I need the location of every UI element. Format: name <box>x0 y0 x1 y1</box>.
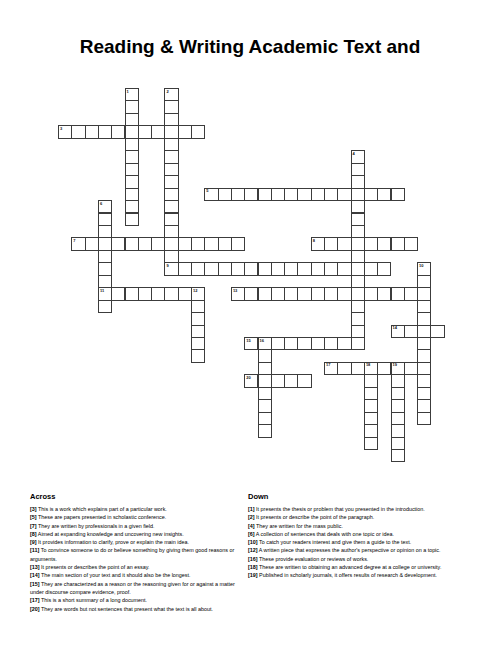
clue-number: [7] <box>30 523 37 529</box>
crossword-cell-r8c22[interactable] <box>351 188 365 201</box>
crossword-cell-r14c23[interactable] <box>364 262 378 275</box>
crossword-cell-r10c8[interactable] <box>164 213 178 226</box>
cell-number: 10 <box>419 264 423 268</box>
down-clues-section: Down [1] It presents the thesis or probl… <box>248 492 474 580</box>
crossword-cell-r14c11[interactable] <box>204 262 218 275</box>
crossword-cell-r16c23[interactable] <box>364 287 378 300</box>
crossword-cell-r17c3[interactable] <box>98 300 112 313</box>
crossword-cell-r14c22[interactable] <box>351 262 365 275</box>
crossword-cell-r8c24[interactable] <box>377 188 391 201</box>
crossword-cell-r12c7[interactable] <box>151 237 165 250</box>
crossword-cell-r5c8[interactable] <box>164 150 178 163</box>
crossword-cell-r12c19[interactable]: 8 <box>311 237 325 250</box>
crossword-cell-r16c4[interactable] <box>111 287 125 300</box>
crossword-cell-r16c26[interactable] <box>404 287 418 300</box>
clue-across-8: [8] Aimed at expanding knowledge and unc… <box>30 530 248 538</box>
crossword-cell-r12c25[interactable] <box>391 237 405 250</box>
crossword-cell-r16c15[interactable] <box>258 287 272 300</box>
crossword-cell-r20c15[interactable]: 16 <box>258 337 272 350</box>
cell-number: 4 <box>353 152 355 156</box>
clue-across-5: [5] These are papers presented in schola… <box>30 513 248 521</box>
crossword-cell-r14c10[interactable] <box>191 262 205 275</box>
crossword-cell-r17c22[interactable] <box>351 300 365 313</box>
crossword-cell-r1c5[interactable] <box>125 100 139 113</box>
crossword-cell-r16c3[interactable]: 11 <box>98 287 112 300</box>
crossword-cell-r14c19[interactable] <box>311 262 325 275</box>
crossword-cell-r3c3[interactable] <box>98 125 112 138</box>
crossword-cell-r16c8[interactable] <box>164 287 178 300</box>
crossword-cell-r12c12[interactable] <box>218 237 232 250</box>
crossword-cell-r25c23[interactable] <box>364 399 378 412</box>
clue-number: [12] <box>248 547 258 553</box>
clue-number: [4] <box>248 523 255 529</box>
crossword-cell-r15c3[interactable] <box>98 275 112 288</box>
crossword-cell-r8c16[interactable] <box>271 188 285 201</box>
crossword-cell-r9c3[interactable]: 6 <box>98 200 112 213</box>
clue-across-3: [3] This is a work which explains part o… <box>30 505 248 513</box>
clue-number: [5] <box>30 514 37 520</box>
crossword-cell-r12c3[interactable] <box>98 237 112 250</box>
crossword-cell-r11c22[interactable] <box>351 225 365 238</box>
crossword-cell-r16c20[interactable] <box>324 287 338 300</box>
crossword-cell-r3c10[interactable] <box>191 125 205 138</box>
crossword-cell-r27c15[interactable] <box>258 424 272 437</box>
crossword-cell-r6c8[interactable] <box>164 163 178 176</box>
crossword-cell-r28c25[interactable] <box>391 437 405 450</box>
clue-number: [1] <box>248 506 255 512</box>
crossword-cell-r1c8[interactable] <box>164 100 178 113</box>
crossword-cell-r12c10[interactable] <box>191 237 205 250</box>
clue-across-20: [20] They are words but not sentences th… <box>30 605 248 613</box>
crossword-grid: 1234567891011121314151617181920 <box>58 88 445 463</box>
clue-number: [3] <box>30 506 37 512</box>
crossword-cell-r24c23[interactable] <box>364 387 378 400</box>
crossword-cell-r20c19[interactable] <box>311 337 325 350</box>
crossword-cell-r23c16[interactable] <box>271 374 285 387</box>
cell-number: 3 <box>60 127 62 131</box>
crossword-cell-r19c27[interactable] <box>417 325 431 338</box>
crossword-cell-r5c5[interactable] <box>125 150 139 163</box>
crossword-cell-r8c21[interactable] <box>337 188 351 201</box>
clue-number: [18] <box>248 564 258 570</box>
crossword-cell-r16c27[interactable] <box>417 287 431 300</box>
crossword-cell-r15c22[interactable] <box>351 275 365 288</box>
crossword-cell-r12c9[interactable] <box>178 237 192 250</box>
crossword-cell-r9c8[interactable] <box>164 200 178 213</box>
crossword-cell-r14c16[interactable] <box>271 262 285 275</box>
clue-down-19: [19] Published in scholarly journals, it… <box>248 571 474 579</box>
clue-across-17: [17] This is a short summary of a long d… <box>30 596 248 604</box>
crossword-cell-r19c10[interactable] <box>191 325 205 338</box>
crossword-cell-r15c27[interactable] <box>417 275 431 288</box>
clue-text: Aimed at expanding knowledge and uncover… <box>37 531 184 537</box>
clue-text: To catch your readers interest and give … <box>258 539 412 545</box>
clue-across-7: [7] They are written by professionals in… <box>30 522 248 530</box>
cell-number: 8 <box>313 239 315 243</box>
crossword-cell-r7c22[interactable] <box>351 175 365 188</box>
crossword-cell-r12c22[interactable] <box>351 237 365 250</box>
crossword-cell-r14c3[interactable] <box>98 262 112 275</box>
crossword-cell-r23c18[interactable] <box>297 374 311 387</box>
clue-text: A written piece that expresses the autho… <box>258 547 441 553</box>
crossword-cell-r29c25[interactable] <box>391 449 405 462</box>
crossword-cell-r21c27[interactable] <box>417 349 431 362</box>
clue-number: [15] <box>30 581 40 587</box>
crossword-cell-r8c5[interactable] <box>125 188 139 201</box>
clue-down-2: [2] It presents or describe the point of… <box>248 513 474 521</box>
cell-number: 14 <box>393 326 397 330</box>
crossword-cell-r16c21[interactable] <box>337 287 351 300</box>
clue-text: A collection of sentences that deals wit… <box>255 531 394 537</box>
crossword-cell-r12c1[interactable]: 7 <box>71 237 85 250</box>
crossword-cell-r22c24[interactable] <box>377 362 391 375</box>
crossword-cell-r16c19[interactable] <box>311 287 325 300</box>
crossword-cell-r16c25[interactable] <box>391 287 405 300</box>
clue-text: These are papers presented in scholastic… <box>37 514 167 520</box>
crossword-cell-r20c20[interactable] <box>324 337 338 350</box>
crossword-cell-r12c8[interactable] <box>164 237 178 250</box>
crossword-cell-r19c25[interactable]: 14 <box>391 325 405 338</box>
crossword-cell-r3c9[interactable] <box>178 125 192 138</box>
crossword-cell-r17c27[interactable] <box>417 300 431 313</box>
clue-across-15: [15] They are characterized as a reason … <box>30 580 248 597</box>
crossword-cell-r22c20[interactable]: 17 <box>324 362 338 375</box>
clue-down-10: [10] To catch your readers interest and … <box>248 538 474 546</box>
crossword-cell-r13c3[interactable] <box>98 250 112 263</box>
crossword-cell-r20c10[interactable] <box>191 337 205 350</box>
clue-number: [17] <box>30 597 40 603</box>
clue-down-6: [6] A collection of sentences that deals… <box>248 530 474 538</box>
crossword-cell-r12c6[interactable] <box>138 237 152 250</box>
crossword-cell-r8c17[interactable] <box>284 188 298 201</box>
clue-number: [2] <box>248 514 255 520</box>
crossword-cell-r26c27[interactable] <box>417 412 431 425</box>
clue-text: Published in scholarly journals, it offe… <box>258 572 437 578</box>
crossword-cell-r20c21[interactable] <box>337 337 351 350</box>
crossword-cell-r12c2[interactable] <box>85 237 99 250</box>
crossword-cell-r3c6[interactable] <box>138 125 152 138</box>
cell-number: 11 <box>100 289 104 293</box>
crossword-cell-r12c13[interactable] <box>231 237 245 250</box>
crossword-cell-r23c15[interactable] <box>258 374 272 387</box>
crossword-cell-r19c22[interactable] <box>351 325 365 338</box>
crossword-cell-r14c8[interactable]: 9 <box>164 262 178 275</box>
across-clues-section: Across [3] This is a work which explains… <box>30 492 248 613</box>
crossword-cell-r19c26[interactable] <box>404 325 418 338</box>
crossword-cell-r23c25[interactable] <box>391 374 405 387</box>
crossword-cell-r22c26[interactable] <box>404 362 418 375</box>
crossword-cell-r21c15[interactable] <box>258 349 272 362</box>
crossword-cell-r16c24[interactable] <box>377 287 391 300</box>
crossword-cell-r20c18[interactable] <box>297 337 311 350</box>
cell-number: 9 <box>166 264 168 268</box>
crossword-cell-r6c22[interactable] <box>351 163 365 176</box>
crossword-cell-r11c3[interactable] <box>98 225 112 238</box>
clue-text: It presents or describe the point of the… <box>255 514 375 520</box>
cell-number: 17 <box>326 363 330 367</box>
crossword-cell-r8c8[interactable] <box>164 188 178 201</box>
clue-number: [13] <box>30 564 40 570</box>
crossword-cell-r14c12[interactable] <box>218 262 232 275</box>
clue-text: It presents or describes the point of an… <box>40 564 150 570</box>
crossword-cell-r8c19[interactable] <box>311 188 325 201</box>
crossword-cell-r16c17[interactable] <box>284 287 298 300</box>
crossword-cell-r20c22[interactable] <box>351 337 365 350</box>
crossword-cell-r22c23[interactable]: 18 <box>364 362 378 375</box>
clue-number: [9] <box>30 539 37 545</box>
clue-text: The main section of your text and it sho… <box>40 572 191 578</box>
crossword-cell-r14c15[interactable] <box>258 262 272 275</box>
clue-number: [20] <box>30 606 40 612</box>
crossword-cell-r26c25[interactable] <box>391 412 405 425</box>
crossword-cell-r22c27[interactable] <box>417 362 431 375</box>
cell-number: 5 <box>206 189 208 193</box>
crossword-cell-r24c27[interactable] <box>417 387 431 400</box>
crossword-cell-r22c15[interactable] <box>258 362 272 375</box>
clue-number: [14] <box>30 572 40 578</box>
clue-text: To convince someone to do or believe som… <box>30 547 234 561</box>
crossword-cell-r24c15[interactable] <box>258 387 272 400</box>
crossword-cell-r22c22[interactable] <box>351 362 365 375</box>
crossword-cell-r23c14[interactable]: 20 <box>244 374 258 387</box>
crossword-cell-r16c10[interactable]: 12 <box>191 287 205 300</box>
crossword-cell-r20c27[interactable] <box>417 337 431 350</box>
crossword-cell-r23c17[interactable] <box>284 374 298 387</box>
crossword-cell-r8c15[interactable] <box>258 188 272 201</box>
clue-text: They are characterized as a reason or th… <box>30 581 235 595</box>
crossword-cell-r10c5[interactable] <box>125 213 139 226</box>
crossword-cell-r3c2[interactable] <box>85 125 99 138</box>
cell-number: 16 <box>260 339 264 343</box>
crossword-cell-r8c20[interactable] <box>324 188 338 201</box>
across-clue-list: [3] This is a work which explains part o… <box>30 505 248 613</box>
crossword-cell-r27c23[interactable] <box>364 424 378 437</box>
clue-across-14: [14] The main section of your text and i… <box>30 571 248 579</box>
cell-number: 12 <box>193 289 197 293</box>
crossword-cell-r8c12[interactable] <box>218 188 232 201</box>
clue-text: They are written for the mass public. <box>255 523 343 529</box>
crossword-cell-r20c14[interactable]: 15 <box>244 337 258 350</box>
clue-number: [19] <box>248 572 258 578</box>
crossword-cell-r14c21[interactable] <box>337 262 351 275</box>
crossword-cell-r12c20[interactable] <box>324 237 338 250</box>
crossword-cell-r12c23[interactable] <box>364 237 378 250</box>
cell-number: 20 <box>246 376 250 380</box>
crossword-cell-r16c14[interactable] <box>244 287 258 300</box>
cell-number: 15 <box>246 339 250 343</box>
crossword-cell-r22c21[interactable] <box>337 362 351 375</box>
crossword-cell-r12c24[interactable] <box>377 237 391 250</box>
clue-text: It provides information to clarify, prov… <box>37 539 189 545</box>
clue-across-13: [13] It presents or describes the point … <box>30 563 248 571</box>
crossword-cell-r28c23[interactable] <box>364 437 378 450</box>
crossword-cell-r14c13[interactable] <box>231 262 245 275</box>
crossword-cell-r23c27[interactable] <box>417 374 431 387</box>
cell-number: 1 <box>127 90 129 94</box>
clue-down-12: [12] A written piece that expresses the … <box>248 546 474 554</box>
crossword-cell-r8c11[interactable]: 5 <box>204 188 218 201</box>
crossword-cell-r7c5[interactable] <box>125 175 139 188</box>
crossword-cell-r27c25[interactable] <box>391 424 405 437</box>
down-header: Down <box>248 492 474 501</box>
page: Reading & Writing Academic Text and 1234… <box>0 0 500 647</box>
crossword-cell-r11c8[interactable] <box>164 225 178 238</box>
crossword-cell-r5c22[interactable]: 4 <box>351 150 365 163</box>
clue-number: [10] <box>248 539 258 545</box>
crossword-cell-r0c5[interactable]: 1 <box>125 88 139 101</box>
crossword-cell-r6c5[interactable] <box>125 163 139 176</box>
crossword-cell-r16c9[interactable] <box>178 287 192 300</box>
crossword-cell-r3c0[interactable]: 3 <box>58 125 72 138</box>
crossword-cell-r25c15[interactable] <box>258 399 272 412</box>
clue-text: This is a short summary of a long docume… <box>40 597 147 603</box>
clue-text: They are written by professionals in a g… <box>37 523 155 529</box>
crossword-cell-r12c5[interactable] <box>125 237 139 250</box>
crossword-cell-r8c18[interactable] <box>297 188 311 201</box>
crossword-cell-r3c8[interactable] <box>164 125 178 138</box>
clue-down-16: [16] These provide evaluation or reviews… <box>248 555 474 563</box>
crossword-cell-r14c20[interactable] <box>324 262 338 275</box>
clue-down-4: [4] They are written for the mass public… <box>248 522 474 530</box>
clue-number: [16] <box>248 556 258 562</box>
cell-number: 7 <box>73 239 75 243</box>
crossword-cell-r12c26[interactable] <box>404 237 418 250</box>
clue-number: [8] <box>30 531 37 537</box>
clue-text: These provide evaluation or reviews of w… <box>258 556 369 562</box>
clue-text: They are words but not sentences that pr… <box>40 606 213 612</box>
crossword-cell-r4c5[interactable] <box>125 138 139 151</box>
crossword-cell-r3c7[interactable] <box>151 125 165 138</box>
crossword-cell-r24c25[interactable] <box>391 387 405 400</box>
crossword-cell-r2c5[interactable] <box>125 113 139 126</box>
crossword-cell-r16c18[interactable] <box>297 287 311 300</box>
clue-text: It presents the thesis or problem that y… <box>255 506 425 512</box>
crossword-cell-r18c10[interactable] <box>191 312 205 325</box>
crossword-cell-r23c23[interactable] <box>364 374 378 387</box>
crossword-cell-r9c22[interactable] <box>351 200 365 213</box>
crossword-cell-r3c4[interactable] <box>111 125 125 138</box>
crossword-cell-r4c8[interactable] <box>164 138 178 151</box>
crossword-cell-r14c17[interactable] <box>284 262 298 275</box>
crossword-cell-r26c23[interactable] <box>364 412 378 425</box>
across-header: Across <box>30 492 248 501</box>
crossword-cell-r25c27[interactable] <box>417 399 431 412</box>
crossword-cell-r8c23[interactable] <box>364 188 378 201</box>
crossword-cell-r8c25[interactable] <box>391 188 405 201</box>
clue-text: These are written to obtaining an advanc… <box>258 564 442 570</box>
crossword-cell-r2c8[interactable] <box>164 113 178 126</box>
clue-number: [6] <box>248 531 255 537</box>
crossword-cell-r3c1[interactable] <box>71 125 85 138</box>
crossword-cell-r8c14[interactable] <box>244 188 258 201</box>
clue-down-1: [1] It presents the thesis or problem th… <box>248 505 474 513</box>
page-title: Reading & Writing Academic Text and <box>0 36 500 58</box>
crossword-cell-r25c25[interactable] <box>391 399 405 412</box>
crossword-cell-r13c22[interactable] <box>351 250 365 263</box>
cell-number: 6 <box>100 202 102 206</box>
crossword-cell-r16c5[interactable] <box>125 287 139 300</box>
clue-down-18: [18] These are written to obtaining an a… <box>248 563 474 571</box>
crossword-cell-r10c22[interactable] <box>351 213 365 226</box>
crossword-cell-r14c18[interactable] <box>297 262 311 275</box>
crossword-cell-r12c4[interactable] <box>111 237 125 250</box>
crossword-cell-r22c25[interactable]: 19 <box>391 362 405 375</box>
crossword-cell-r14c14[interactable] <box>244 262 258 275</box>
crossword-cell-r12c21[interactable] <box>337 237 351 250</box>
cell-number: 18 <box>366 363 370 367</box>
down-clue-list: [1] It presents the thesis or problem th… <box>248 505 474 580</box>
crossword-cell-r16c13[interactable]: 13 <box>231 287 245 300</box>
crossword-cell-r14c27[interactable]: 10 <box>417 262 431 275</box>
crossword-cell-r10c3[interactable] <box>98 213 112 226</box>
crossword-cell-r3c5[interactable] <box>125 125 139 138</box>
cell-number: 13 <box>233 289 237 293</box>
crossword-cell-r16c22[interactable] <box>351 287 365 300</box>
crossword-cell-r21c10[interactable] <box>191 349 205 362</box>
crossword-cell-r14c9[interactable] <box>178 262 192 275</box>
crossword-cell-r8c13[interactable] <box>231 188 245 201</box>
crossword-cell-r20c17[interactable] <box>284 337 298 350</box>
crossword-cell-r18c27[interactable] <box>417 312 431 325</box>
crossword-cell-r20c16[interactable] <box>271 337 285 350</box>
crossword-cell-r19c28[interactable] <box>430 325 444 338</box>
crossword-cell-r17c10[interactable] <box>191 300 205 313</box>
crossword-cell-r7c8[interactable] <box>164 175 178 188</box>
crossword-cell-r13c8[interactable] <box>164 250 178 263</box>
crossword-cell-r16c6[interactable] <box>138 287 152 300</box>
cell-number: 19 <box>393 363 397 367</box>
crossword-cell-r16c16[interactable] <box>271 287 285 300</box>
clue-number: [11] <box>30 547 39 553</box>
crossword-cell-r16c7[interactable] <box>151 287 165 300</box>
crossword-cell-r26c15[interactable] <box>258 412 272 425</box>
crossword-cell-r14c24[interactable] <box>377 262 391 275</box>
crossword-cell-r9c5[interactable] <box>125 200 139 213</box>
crossword-cell-r0c8[interactable]: 2 <box>164 88 178 101</box>
clue-across-9: [9] It provides information to clarify, … <box>30 538 248 546</box>
clue-across-11: [11] To convince someone to do or believ… <box>30 546 248 563</box>
cell-number: 2 <box>166 90 168 94</box>
crossword-cell-r18c22[interactable] <box>351 312 365 325</box>
crossword-cell-r12c11[interactable] <box>204 237 218 250</box>
clue-text: This is a work which explains part of a … <box>37 506 167 512</box>
